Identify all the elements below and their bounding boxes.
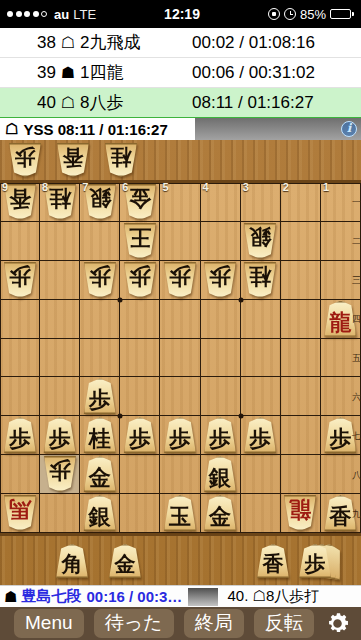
board-cell-9六[interactable]: [0, 377, 40, 416]
flip-board-button[interactable]: 反転: [254, 609, 314, 638]
board-cell-6八[interactable]: [120, 455, 160, 494]
move-text: 1四龍: [80, 61, 192, 84]
rank-label-二: 二: [352, 235, 361, 248]
shogi-piece-sente-角[interactable]: 角: [55, 544, 89, 578]
file-label-4: 4: [203, 181, 209, 193]
board-star-point: [238, 297, 243, 302]
shogi-piece-sente-歩[interactable]: 歩: [123, 417, 157, 453]
board-cell-8五[interactable]: [40, 339, 80, 378]
rank-label-九: 九: [352, 507, 361, 520]
shogi-piece-sente-銀[interactable]: 銀: [203, 456, 237, 492]
rank-label-四: 四: [352, 313, 361, 326]
gote-piece-symbol: ☖: [5, 120, 18, 138]
file-label-1: 1: [323, 181, 329, 193]
board-cell-8六[interactable]: [40, 377, 80, 416]
shogi-piece-gote-歩[interactable]: 歩: [203, 262, 237, 298]
board-cell-2二[interactable]: [281, 222, 321, 261]
shogi-piece-gote-香[interactable]: 香: [3, 184, 37, 220]
board-star-point: [118, 297, 123, 302]
gote-hand-歩[interactable]: 歩: [8, 143, 42, 177]
board-wrap: 香桂銀金王銀歩歩歩歩歩桂龍歩歩歩桂歩歩歩歩歩歩金銀馬銀玉金龍香 98765432…: [0, 180, 361, 536]
board-cell-3九[interactable]: [241, 494, 281, 533]
board-cell-7四[interactable]: [80, 300, 120, 339]
board-cell-2五[interactable]: [281, 339, 321, 378]
signal-strength-icon: [7, 11, 47, 17]
shogi-piece-gote-歩[interactable]: 歩: [3, 262, 37, 298]
shogi-piece-gote-歩[interactable]: 歩: [8, 143, 42, 177]
rank-label-五: 五: [352, 352, 361, 365]
file-label-7: 7: [82, 181, 88, 193]
file-label-5: 5: [162, 181, 168, 193]
file-label-2: 2: [283, 181, 289, 193]
board-cell-6九[interactable]: [120, 494, 160, 533]
board-cell-3七[interactable]: 歩: [241, 416, 281, 455]
sente-hand-歩[interactable]: 歩: [298, 544, 332, 578]
rank-label-三: 三: [352, 274, 361, 287]
board-cell-3五[interactable]: [241, 339, 281, 378]
board-cell-5九[interactable]: 玉: [160, 494, 200, 533]
shogi-piece-sente-歩[interactable]: 歩: [3, 417, 37, 453]
board-cell-7七[interactable]: 桂: [80, 416, 120, 455]
eval-gauge: [188, 588, 218, 606]
bottom-toolbar: Menu 待った 終局 反転: [0, 607, 361, 640]
board-cell-5三[interactable]: 歩: [160, 261, 200, 300]
board-cell-8八[interactable]: 歩: [40, 455, 80, 494]
carrier-label: au: [54, 7, 69, 22]
move-time: 00:06 / 00:31:02: [192, 63, 361, 83]
board-cell-9二[interactable]: [0, 222, 40, 261]
alarm-clock-icon: [284, 8, 296, 20]
shogi-piece-sente-銀[interactable]: 銀: [83, 495, 117, 531]
board-cell-3六[interactable]: [241, 377, 281, 416]
board-cell-7三[interactable]: 歩: [80, 261, 120, 300]
move-row-39[interactable]: 39 ☗ 1四龍 00:06 / 00:31:02: [0, 58, 361, 88]
shogi-piece-gote-銀[interactable]: 銀: [243, 223, 277, 259]
undo-button[interactable]: 待った: [94, 609, 174, 638]
board-cell-2八[interactable]: [281, 455, 321, 494]
move-row-38[interactable]: 38 ☖ 2九飛成 00:02 / 01:08:16: [0, 28, 361, 58]
shogi-piece-sente-歩[interactable]: 歩: [83, 378, 117, 414]
shogi-piece-sente-金[interactable]: 金: [108, 544, 142, 578]
move-number: 40: [30, 93, 56, 113]
board-cell-9四[interactable]: [0, 300, 40, 339]
board-cell-9八[interactable]: [0, 455, 40, 494]
move-text: 8八歩: [80, 91, 192, 114]
rank-label-七: 七: [352, 429, 361, 442]
move-text: 2九飛成: [80, 31, 192, 54]
board-cell-8九[interactable]: [40, 494, 80, 533]
board-cell-2九[interactable]: 龍: [281, 494, 321, 533]
shogi-board: 香桂銀金王銀歩歩歩歩歩桂龍歩歩歩桂歩歩歩歩歩歩金銀馬銀玉金龍香: [0, 183, 361, 533]
move-number: 39: [30, 63, 56, 83]
board-cell-5四[interactable]: [160, 300, 200, 339]
settings-gear-icon[interactable]: [324, 610, 351, 637]
player-time: 00:16 / 00:31...: [86, 588, 182, 605]
board-star-point: [118, 414, 123, 419]
gote-hand-桂[interactable]: 桂: [104, 143, 138, 177]
shogi-piece-sente-歩[interactable]: 歩: [203, 417, 237, 453]
board-cell-7五[interactable]: [80, 339, 120, 378]
move-time: 08:11 / 01:16:27: [192, 93, 361, 113]
shogi-piece-gote-龍[interactable]: 龍: [283, 495, 317, 531]
board-cell-6六[interactable]: [120, 377, 160, 416]
gote-hand-tray: 歩香桂: [0, 140, 361, 180]
sente-hand-金[interactable]: 金: [108, 544, 142, 578]
shogi-piece-sente-香[interactable]: 香: [256, 544, 290, 578]
shogi-piece-gote-王[interactable]: 王: [123, 223, 157, 259]
shogi-piece-sente-歩[interactable]: 歩: [43, 417, 77, 453]
board-cell-4五[interactable]: [201, 339, 241, 378]
rank-label-六: 六: [352, 390, 361, 403]
board-cell-4六[interactable]: [201, 377, 241, 416]
clock-time: 12:19: [96, 6, 268, 22]
shogi-piece-gote-桂[interactable]: 桂: [243, 262, 277, 298]
board-cell-5六[interactable]: [160, 377, 200, 416]
board-cell-8三[interactable]: [40, 261, 80, 300]
file-label-8: 8: [42, 181, 48, 193]
board-cell-4三[interactable]: 歩: [201, 261, 241, 300]
shogi-piece-gote-桂[interactable]: 桂: [104, 143, 138, 177]
file-label-9: 9: [2, 181, 8, 193]
menu-button[interactable]: Menu: [14, 609, 84, 638]
board-cell-3二[interactable]: 銀: [241, 222, 281, 261]
gote-piece-symbol: ☖: [56, 93, 80, 112]
file-label-6: 6: [122, 181, 128, 193]
board-cell-5七[interactable]: 歩: [160, 416, 200, 455]
gote-hand-香[interactable]: 香: [56, 143, 90, 177]
shogi-piece-sente-玉[interactable]: 玉: [163, 495, 197, 531]
shogi-piece-gote-香[interactable]: 香: [56, 143, 90, 177]
board-cell-6四[interactable]: [120, 300, 160, 339]
board-cell-5二[interactable]: [160, 222, 200, 261]
sente-piece-symbol: ☗: [56, 63, 80, 82]
engine-status-bar: ☖ YSS 08:11 / 01:16:27 i: [0, 118, 361, 140]
shogi-app: au LTE 12:19 85% 38 ☖ 2九飛成 00:02 / 01:08…: [0, 0, 361, 640]
player-status-bar: ☗ 豊島七段 00:16 / 00:31... 40. ☖8八歩打: [0, 585, 361, 607]
board-cell-4七[interactable]: 歩: [201, 416, 241, 455]
board-cell-4八[interactable]: 銀: [201, 455, 241, 494]
info-icon[interactable]: i: [341, 121, 357, 137]
board-cell-7六[interactable]: 歩: [80, 377, 120, 416]
ios-status-bar: au LTE 12:19 85%: [0, 0, 361, 28]
move-time: 00:02 / 01:08:16: [192, 33, 361, 53]
sente-piece-symbol: ☗: [4, 588, 17, 606]
board-cell-2四[interactable]: [281, 300, 321, 339]
sente-hand-tray: 角金香歩: [0, 536, 361, 585]
shogi-piece-sente-歩[interactable]: 歩: [163, 417, 197, 453]
board-cell-6二[interactable]: 王: [120, 222, 160, 261]
board-cell-8七[interactable]: 歩: [40, 416, 80, 455]
orientation-lock-icon: [268, 8, 280, 20]
board-area: 歩香桂 香桂銀金王銀歩歩歩歩歩桂龍歩歩歩桂歩歩歩歩歩歩金銀馬銀玉金龍香 9876…: [0, 140, 361, 585]
rank-label-八: 八: [352, 468, 361, 481]
board-cell-5八[interactable]: [160, 455, 200, 494]
board-cell-3三[interactable]: 桂: [241, 261, 281, 300]
board-cell-4二[interactable]: [201, 222, 241, 261]
shogi-piece-sente-金[interactable]: 金: [83, 456, 117, 492]
gote-piece-symbol: ☖: [56, 33, 80, 52]
board-cell-2六[interactable]: [281, 377, 321, 416]
board-cell-8四[interactable]: [40, 300, 80, 339]
shogi-piece-gote-歩[interactable]: 歩: [43, 456, 77, 492]
shogi-piece-sente-歩[interactable]: 歩: [243, 417, 277, 453]
board-cell-6五[interactable]: [120, 339, 160, 378]
board-cell-6三[interactable]: 歩: [120, 261, 160, 300]
move-number: 38: [30, 33, 56, 53]
engine-progress-track: i: [195, 118, 361, 140]
board-cell-5五[interactable]: [160, 339, 200, 378]
rank-label-一: 一: [352, 196, 361, 209]
board-cell-4四[interactable]: [201, 300, 241, 339]
shogi-piece-gote-馬[interactable]: 馬: [3, 495, 37, 531]
board-cell-9九[interactable]: 馬: [0, 494, 40, 533]
move-row-40-current[interactable]: 40 ☖ 8八歩 08:11 / 01:16:27: [0, 88, 361, 118]
board-cell-3四[interactable]: [241, 300, 281, 339]
battery-icon: [330, 9, 354, 19]
board-cell-8二[interactable]: [40, 222, 80, 261]
end-game-button[interactable]: 終局: [184, 609, 244, 638]
file-label-3: 3: [243, 181, 249, 193]
board-cell-4九[interactable]: 金: [201, 494, 241, 533]
shogi-piece-sente-金[interactable]: 金: [203, 495, 237, 531]
sente-hand-角[interactable]: 角: [55, 544, 89, 578]
board-cell-9五[interactable]: [0, 339, 40, 378]
board-cell-9七[interactable]: 歩: [0, 416, 40, 455]
battery-percent: 85%: [300, 7, 326, 22]
shogi-piece-gote-歩[interactable]: 歩: [83, 262, 117, 298]
move-list: 38 ☖ 2九飛成 00:02 / 01:08:16 39 ☗ 1四龍 00:0…: [0, 28, 361, 118]
shogi-piece-sente-桂[interactable]: 桂: [83, 417, 117, 453]
board-star-point: [238, 414, 243, 419]
sente-hand-香[interactable]: 香: [256, 544, 290, 578]
network-label: LTE: [73, 7, 96, 22]
board-cell-7九[interactable]: 銀: [80, 494, 120, 533]
board-cell-7二[interactable]: [80, 222, 120, 261]
board-cell-3八[interactable]: [241, 455, 281, 494]
engine-name-time: YSS 08:11 / 01:16:27: [23, 121, 167, 138]
board-cell-6七[interactable]: 歩: [120, 416, 160, 455]
shogi-piece-gote-歩[interactable]: 歩: [123, 262, 157, 298]
player-name-link[interactable]: 豊島七段: [21, 587, 81, 606]
board-cell-2三[interactable]: [281, 261, 321, 300]
current-move-label: 40. ☖8八歩打: [227, 587, 319, 606]
board-cell-7八[interactable]: 金: [80, 455, 120, 494]
board-cell-9三[interactable]: 歩: [0, 261, 40, 300]
board-cell-2七[interactable]: [281, 416, 321, 455]
shogi-piece-gote-歩[interactable]: 歩: [163, 262, 197, 298]
